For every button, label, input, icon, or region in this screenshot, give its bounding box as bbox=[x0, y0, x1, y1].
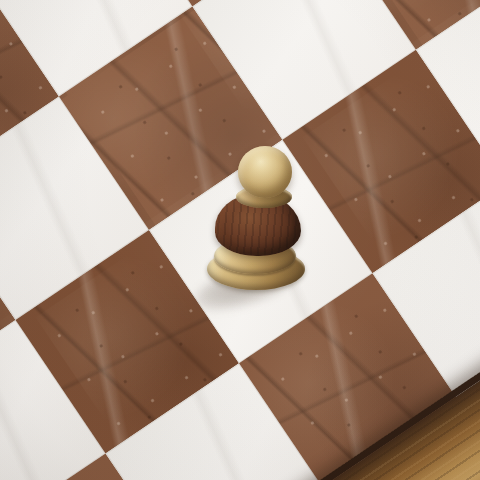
chessboard-photo bbox=[0, 0, 480, 480]
pawn-piece[interactable] bbox=[190, 140, 310, 310]
pawn-brass-head bbox=[238, 146, 292, 198]
